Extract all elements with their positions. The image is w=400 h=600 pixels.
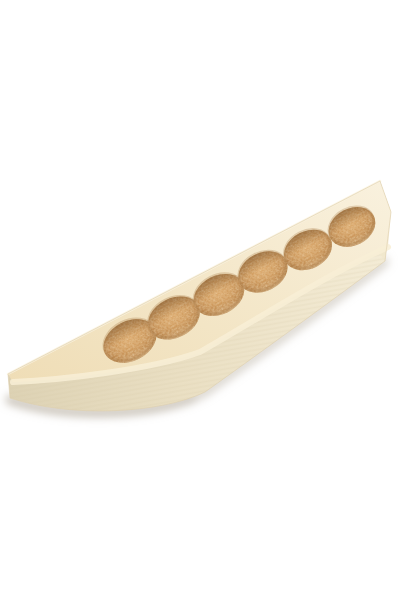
product-photo bbox=[0, 0, 400, 600]
mancala-board-photo bbox=[0, 0, 400, 600]
